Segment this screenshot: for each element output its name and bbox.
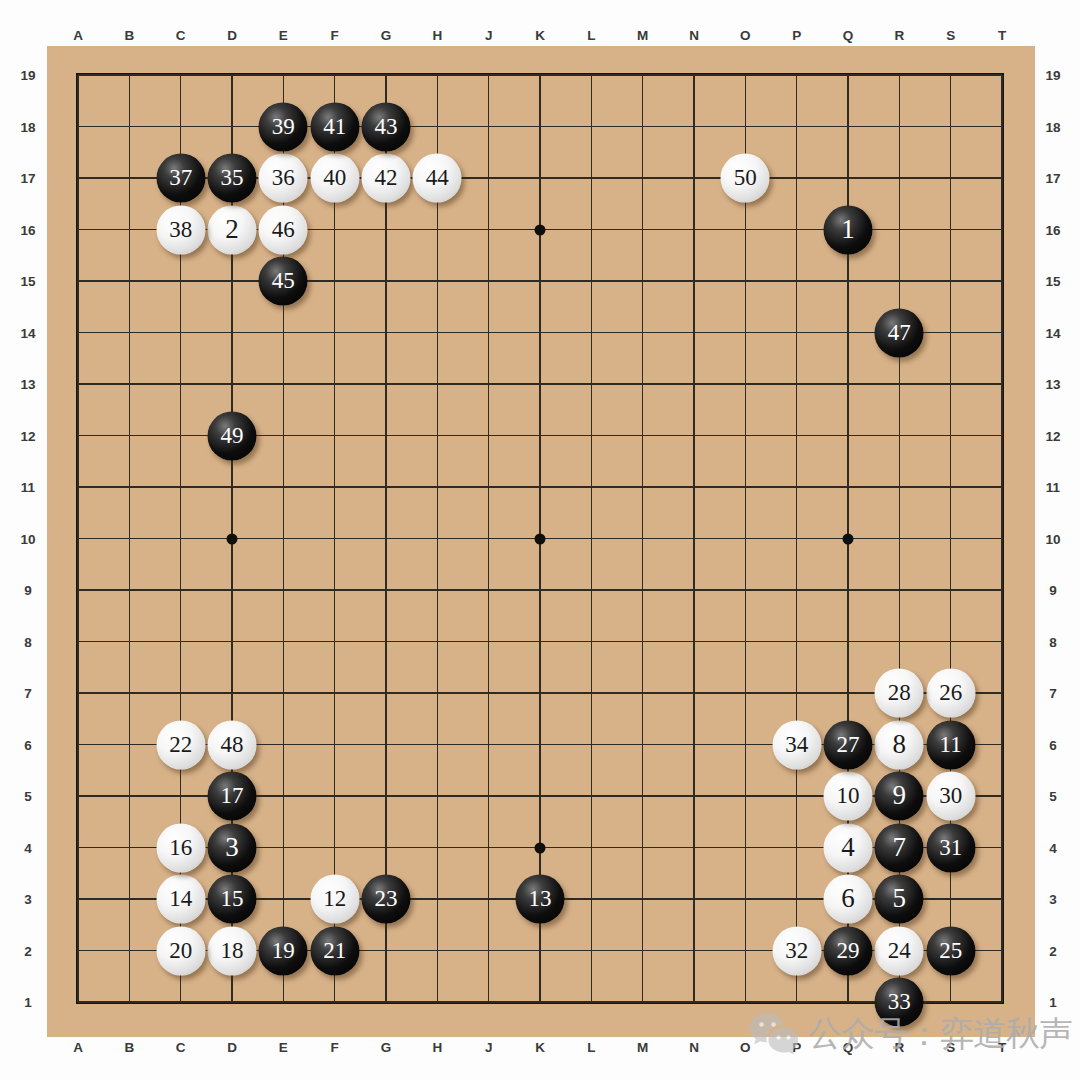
grid-line-horizontal — [78, 692, 1002, 694]
stone-black-7: 7 — [875, 823, 924, 872]
coord-label-left-11: 11 — [21, 480, 35, 495]
move-number: 47 — [888, 320, 911, 343]
move-number: 9 — [893, 782, 907, 809]
coord-label-top-T: T — [998, 28, 1006, 43]
coord-label-right-12: 12 — [1045, 428, 1060, 443]
grid-line-vertical — [591, 75, 593, 1002]
move-number: 17 — [221, 784, 244, 807]
stone-white-30: 30 — [926, 772, 975, 821]
coord-label-right-4: 4 — [1049, 840, 1057, 855]
stone-black-33: 33 — [875, 978, 924, 1027]
coord-label-right-6: 6 — [1049, 737, 1057, 752]
grid-line-vertical — [642, 75, 644, 1002]
coord-label-top-S: S — [946, 28, 955, 43]
grid-line-horizontal — [78, 1001, 1002, 1003]
coord-label-bottom-N: N — [689, 1040, 699, 1055]
move-number: 12 — [323, 887, 346, 910]
coord-label-bottom-R: R — [894, 1040, 904, 1055]
stone-black-43: 43 — [362, 102, 411, 151]
stone-white-14: 14 — [156, 875, 205, 924]
coord-label-right-1: 1 — [1049, 995, 1057, 1010]
coord-label-bottom-L: L — [587, 1040, 595, 1055]
move-number: 22 — [169, 732, 192, 755]
move-number: 24 — [888, 938, 911, 961]
coord-label-right-3: 3 — [1049, 892, 1057, 907]
stone-black-49: 49 — [208, 411, 257, 460]
move-number: 49 — [221, 423, 244, 446]
stone-black-23: 23 — [362, 875, 411, 924]
coord-label-top-J: J — [485, 28, 493, 43]
move-number: 36 — [272, 166, 295, 189]
coord-label-left-17: 17 — [20, 171, 35, 186]
coord-label-left-5: 5 — [24, 789, 32, 804]
coord-label-left-19: 19 — [20, 68, 35, 83]
move-number: 27 — [837, 732, 860, 755]
move-number: 28 — [888, 681, 911, 704]
coord-label-top-Q: Q — [843, 28, 854, 43]
coord-label-bottom-E: E — [279, 1040, 288, 1055]
coord-label-bottom-S: S — [946, 1040, 955, 1055]
coord-label-bottom-K: K — [535, 1040, 545, 1055]
stone-white-46: 46 — [259, 205, 308, 254]
stone-black-3: 3 — [208, 823, 257, 872]
stone-black-19: 19 — [259, 926, 308, 975]
move-number: 44 — [426, 166, 449, 189]
coord-label-left-14: 14 — [20, 325, 35, 340]
coord-label-left-7: 7 — [24, 686, 32, 701]
coord-label-bottom-P: P — [792, 1040, 801, 1055]
coord-label-top-G: G — [381, 28, 392, 43]
coord-label-right-18: 18 — [1045, 119, 1060, 134]
star-point-K16 — [535, 224, 546, 235]
coord-label-right-13: 13 — [1045, 377, 1060, 392]
move-number: 41 — [323, 114, 346, 137]
move-number: 4 — [841, 833, 855, 860]
stone-black-11: 11 — [926, 720, 975, 769]
star-point-D10 — [227, 533, 238, 544]
stone-black-27: 27 — [824, 720, 873, 769]
move-number: 14 — [169, 887, 192, 910]
move-number: 16 — [169, 835, 192, 858]
move-number: 29 — [837, 938, 860, 961]
coord-label-top-D: D — [227, 28, 237, 43]
move-number: 30 — [939, 784, 962, 807]
coord-label-top-H: H — [432, 28, 442, 43]
stone-black-17: 17 — [208, 772, 257, 821]
stone-white-48: 48 — [208, 720, 257, 769]
coord-label-bottom-J: J — [485, 1040, 493, 1055]
move-number: 25 — [939, 938, 962, 961]
stone-black-29: 29 — [824, 926, 873, 975]
stone-black-15: 15 — [208, 875, 257, 924]
move-number: 6 — [841, 885, 855, 912]
stone-black-47: 47 — [875, 308, 924, 357]
move-number: 2 — [225, 215, 239, 242]
move-number: 20 — [169, 938, 192, 961]
stone-black-13: 13 — [516, 875, 565, 924]
coord-label-right-8: 8 — [1049, 634, 1057, 649]
coord-label-left-2: 2 — [24, 943, 32, 958]
coord-label-left-10: 10 — [20, 531, 35, 546]
coord-label-right-14: 14 — [1045, 325, 1060, 340]
stone-black-9: 9 — [875, 772, 924, 821]
move-number: 5 — [893, 885, 907, 912]
stone-black-35: 35 — [208, 154, 257, 203]
coord-label-right-2: 2 — [1049, 943, 1057, 958]
stone-white-40: 40 — [310, 154, 359, 203]
stone-white-50: 50 — [721, 154, 770, 203]
coord-label-top-P: P — [792, 28, 801, 43]
move-number: 13 — [529, 887, 552, 910]
move-number: 1 — [841, 215, 855, 242]
coord-label-left-18: 18 — [20, 119, 35, 134]
coord-label-left-12: 12 — [20, 428, 35, 443]
move-number: 8 — [893, 730, 907, 757]
coord-label-right-16: 16 — [1045, 222, 1060, 237]
move-number: 37 — [169, 166, 192, 189]
coord-label-right-19: 19 — [1045, 68, 1060, 83]
coord-label-right-17: 17 — [1045, 171, 1060, 186]
coord-label-bottom-C: C — [176, 1040, 186, 1055]
grid-line-vertical — [745, 75, 747, 1002]
coord-label-right-15: 15 — [1045, 274, 1060, 289]
coord-label-bottom-M: M — [637, 1040, 648, 1055]
stone-white-4: 4 — [824, 823, 873, 872]
stone-white-38: 38 — [156, 205, 205, 254]
move-number: 31 — [939, 835, 962, 858]
move-number: 43 — [375, 114, 398, 137]
stone-white-34: 34 — [772, 720, 821, 769]
stone-white-24: 24 — [875, 926, 924, 975]
stone-black-21: 21 — [310, 926, 359, 975]
stone-white-28: 28 — [875, 669, 924, 718]
coord-label-bottom-F: F — [331, 1040, 339, 1055]
stone-white-44: 44 — [413, 154, 462, 203]
move-number: 10 — [837, 784, 860, 807]
stone-white-10: 10 — [824, 772, 873, 821]
coord-label-right-11: 11 — [1046, 480, 1060, 495]
stone-white-32: 32 — [772, 926, 821, 975]
move-number: 35 — [221, 166, 244, 189]
move-number: 32 — [785, 938, 808, 961]
grid-line-vertical — [1001, 75, 1003, 1002]
stone-white-26: 26 — [926, 669, 975, 718]
stone-black-25: 25 — [926, 926, 975, 975]
coord-label-top-A: A — [73, 28, 83, 43]
move-number: 18 — [221, 938, 244, 961]
coord-label-top-C: C — [176, 28, 186, 43]
move-number: 11 — [940, 732, 962, 755]
stone-white-22: 22 — [156, 720, 205, 769]
coord-label-bottom-T: T — [998, 1040, 1006, 1055]
stone-black-45: 45 — [259, 257, 308, 306]
stone-white-18: 18 — [208, 926, 257, 975]
star-point-K4 — [535, 842, 546, 853]
coord-label-right-5: 5 — [1049, 789, 1057, 804]
move-number: 21 — [323, 938, 346, 961]
coord-label-bottom-Q: Q — [843, 1040, 854, 1055]
coord-label-top-K: K — [535, 28, 545, 43]
coord-label-bottom-O: O — [740, 1040, 751, 1055]
stone-black-31: 31 — [926, 823, 975, 872]
move-number: 45 — [272, 269, 295, 292]
coord-label-right-9: 9 — [1049, 583, 1057, 598]
coord-label-top-M: M — [637, 28, 648, 43]
move-number: 46 — [272, 217, 295, 240]
coord-label-bottom-A: A — [73, 1040, 83, 1055]
star-point-K10 — [535, 533, 546, 544]
stone-white-42: 42 — [362, 154, 411, 203]
stone-white-20: 20 — [156, 926, 205, 975]
stone-black-37: 37 — [156, 154, 205, 203]
move-number: 26 — [939, 681, 962, 704]
stone-black-39: 39 — [259, 102, 308, 151]
stone-black-41: 41 — [310, 102, 359, 151]
move-number: 48 — [221, 732, 244, 755]
coord-label-left-9: 9 — [24, 583, 32, 598]
move-number: 40 — [323, 166, 346, 189]
coord-label-left-3: 3 — [24, 892, 32, 907]
move-number: 42 — [375, 166, 398, 189]
move-number: 38 — [169, 217, 192, 240]
coord-label-left-16: 16 — [20, 222, 35, 237]
coord-label-left-8: 8 — [24, 634, 32, 649]
coord-label-left-4: 4 — [24, 840, 32, 855]
stone-white-16: 16 — [156, 823, 205, 872]
coord-label-bottom-G: G — [381, 1040, 392, 1055]
move-number: 50 — [734, 166, 757, 189]
coord-label-top-E: E — [279, 28, 288, 43]
coord-label-top-F: F — [331, 28, 339, 43]
stone-black-5: 5 — [875, 875, 924, 924]
stone-white-6: 6 — [824, 875, 873, 924]
stone-white-36: 36 — [259, 154, 308, 203]
move-number: 33 — [888, 990, 911, 1013]
coord-label-top-N: N — [689, 28, 699, 43]
coord-label-top-L: L — [587, 28, 595, 43]
coord-label-left-15: 15 — [20, 274, 35, 289]
coord-label-top-O: O — [740, 28, 751, 43]
stone-white-12: 12 — [310, 875, 359, 924]
move-number: 15 — [221, 887, 244, 910]
coord-label-bottom-H: H — [432, 1040, 442, 1055]
coord-label-right-7: 7 — [1049, 686, 1057, 701]
stone-white-8: 8 — [875, 720, 924, 769]
coord-label-right-10: 10 — [1045, 531, 1060, 546]
stone-black-1: 1 — [824, 205, 873, 254]
stone-white-2: 2 — [208, 205, 257, 254]
coord-label-left-13: 13 — [20, 377, 35, 392]
coord-label-bottom-D: D — [227, 1040, 237, 1055]
coord-label-bottom-B: B — [124, 1040, 134, 1055]
star-point-Q10 — [843, 533, 854, 544]
move-number: 7 — [893, 833, 907, 860]
move-number: 19 — [272, 938, 295, 961]
coord-label-left-6: 6 — [24, 737, 32, 752]
move-number: 39 — [272, 114, 295, 137]
grid-line-vertical — [693, 75, 695, 1002]
grid-line-vertical — [796, 75, 798, 1002]
move-number: 3 — [225, 833, 239, 860]
move-number: 23 — [375, 887, 398, 910]
coord-label-left-1: 1 — [24, 995, 32, 1010]
move-number: 34 — [785, 732, 808, 755]
grid-line-horizontal — [78, 641, 1002, 643]
coord-label-top-B: B — [124, 28, 134, 43]
grid-line-horizontal — [78, 589, 1002, 591]
coord-label-top-R: R — [894, 28, 904, 43]
